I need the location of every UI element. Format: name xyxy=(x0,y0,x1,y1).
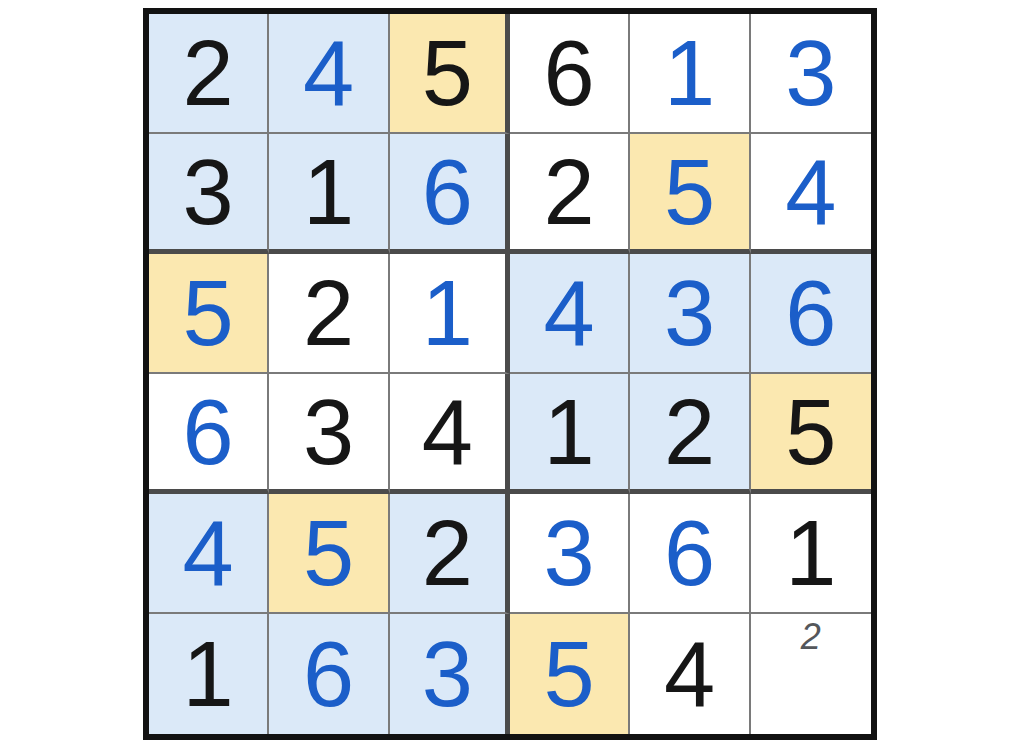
given-digit: 3 xyxy=(183,146,234,238)
sudoku-board: 245613316254521436634125452361163542 xyxy=(143,8,877,740)
given-digit: 2 xyxy=(183,27,234,119)
given-digit: 2 xyxy=(303,267,354,359)
cell-r4c2[interactable]: 3 xyxy=(269,374,389,494)
cell-r2c6[interactable]: 4 xyxy=(751,134,871,254)
filled-digit: 6 xyxy=(664,507,715,599)
cell-r2c3[interactable]: 6 xyxy=(390,134,510,254)
filled-digit: 5 xyxy=(544,628,595,720)
given-digit: 1 xyxy=(785,507,836,599)
cell-r2c2[interactable]: 1 xyxy=(269,134,389,254)
cell-r1c4[interactable]: 6 xyxy=(510,14,630,134)
given-digit: 1 xyxy=(303,146,354,238)
cell-r5c3[interactable]: 2 xyxy=(390,494,510,614)
cell-r3c6[interactable]: 6 xyxy=(751,254,871,374)
filled-digit: 6 xyxy=(183,386,234,478)
filled-digit: 6 xyxy=(785,267,836,359)
cell-r4c5[interactable]: 2 xyxy=(630,374,750,494)
given-digit: 2 xyxy=(422,507,473,599)
cell-r6c6[interactable]: 2 xyxy=(751,614,871,734)
cell-r6c1[interactable]: 1 xyxy=(149,614,269,734)
cell-r6c2[interactable]: 6 xyxy=(269,614,389,734)
pencil-mark: 2 xyxy=(801,619,821,655)
cell-r1c3[interactable]: 5 xyxy=(390,14,510,134)
given-digit: 4 xyxy=(664,628,715,720)
cell-r6c3[interactable]: 3 xyxy=(390,614,510,734)
cell-r1c5[interactable]: 1 xyxy=(630,14,750,134)
filled-digit: 5 xyxy=(303,507,354,599)
cell-r3c2[interactable]: 2 xyxy=(269,254,389,374)
filled-digit: 1 xyxy=(664,27,715,119)
given-digit: 5 xyxy=(422,27,473,119)
cell-r2c5[interactable]: 5 xyxy=(630,134,750,254)
given-digit: 2 xyxy=(544,146,595,238)
cell-r5c6[interactable]: 1 xyxy=(751,494,871,614)
filled-digit: 5 xyxy=(664,146,715,238)
cell-r4c1[interactable]: 6 xyxy=(149,374,269,494)
cell-r1c2[interactable]: 4 xyxy=(269,14,389,134)
filled-digit: 3 xyxy=(544,507,595,599)
cell-r1c6[interactable]: 3 xyxy=(751,14,871,134)
given-digit: 2 xyxy=(664,386,715,478)
cell-r6c5[interactable]: 4 xyxy=(630,614,750,734)
given-digit: 3 xyxy=(303,386,354,478)
cell-r5c2[interactable]: 5 xyxy=(269,494,389,614)
filled-digit: 3 xyxy=(664,267,715,359)
page-background: { "game": "sudoku", "variant": "6x6 (box… xyxy=(0,0,1024,751)
filled-digit: 4 xyxy=(544,267,595,359)
given-digit: 1 xyxy=(544,386,595,478)
given-digit: 5 xyxy=(785,386,836,478)
filled-digit: 4 xyxy=(785,146,836,238)
cell-r2c4[interactable]: 2 xyxy=(510,134,630,254)
cell-r4c6[interactable]: 5 xyxy=(751,374,871,494)
cell-r3c3[interactable]: 1 xyxy=(390,254,510,374)
filled-digit: 6 xyxy=(422,146,473,238)
filled-digit: 4 xyxy=(303,27,354,119)
filled-digit: 4 xyxy=(183,507,234,599)
filled-digit: 5 xyxy=(183,267,234,359)
cell-r3c1[interactable]: 5 xyxy=(149,254,269,374)
cell-r5c4[interactable]: 3 xyxy=(510,494,630,614)
filled-digit: 3 xyxy=(785,27,836,119)
given-digit: 4 xyxy=(422,386,473,478)
cell-r4c3[interactable]: 4 xyxy=(390,374,510,494)
cell-r5c5[interactable]: 6 xyxy=(630,494,750,614)
cell-r3c5[interactable]: 3 xyxy=(630,254,750,374)
cell-r2c1[interactable]: 3 xyxy=(149,134,269,254)
cell-r1c1[interactable]: 2 xyxy=(149,14,269,134)
cell-r3c4[interactable]: 4 xyxy=(510,254,630,374)
filled-digit: 6 xyxy=(303,628,354,720)
cell-r6c4[interactable]: 5 xyxy=(510,614,630,734)
given-digit: 6 xyxy=(544,27,595,119)
filled-digit: 3 xyxy=(422,628,473,720)
given-digit: 1 xyxy=(183,628,234,720)
cell-r5c1[interactable]: 4 xyxy=(149,494,269,614)
cell-r4c4[interactable]: 1 xyxy=(510,374,630,494)
filled-digit: 1 xyxy=(422,267,473,359)
